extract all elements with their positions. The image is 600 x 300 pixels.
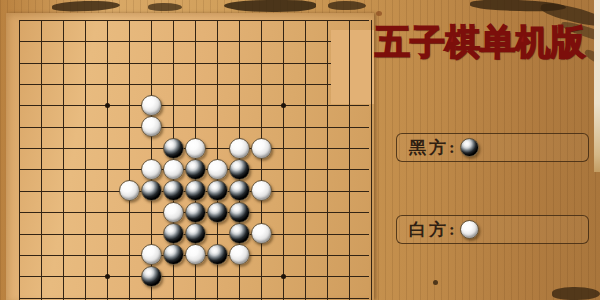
wood-speck xyxy=(433,280,438,285)
white-stone xyxy=(141,116,162,137)
black-stone xyxy=(163,244,184,265)
grid-line xyxy=(349,20,350,300)
black-stone-icon xyxy=(460,138,479,157)
white-stone xyxy=(141,244,162,265)
grid-line xyxy=(19,276,369,277)
white-player-label: 白方: xyxy=(409,218,458,241)
grid-line xyxy=(19,84,369,85)
gomoku-app-window: 五子棋单机版 黑方: 白方: xyxy=(0,0,600,300)
black-stone xyxy=(185,202,206,223)
wood-speck xyxy=(376,11,382,16)
grid-line xyxy=(41,20,42,300)
white-stone xyxy=(141,95,162,116)
black-stone xyxy=(207,244,228,265)
black-stone xyxy=(207,180,228,201)
white-stone xyxy=(185,138,206,159)
black-stone xyxy=(141,180,162,201)
white-stone xyxy=(119,180,140,201)
grid-line xyxy=(19,41,369,42)
white-stone xyxy=(229,138,250,159)
grid-line xyxy=(19,298,369,299)
black-player-box: 黑方: xyxy=(396,133,589,162)
black-stone xyxy=(185,159,206,180)
star-point xyxy=(281,274,286,279)
white-stone xyxy=(229,244,250,265)
white-stone xyxy=(207,159,228,180)
black-stone xyxy=(163,223,184,244)
grid-line xyxy=(85,20,86,300)
black-stone xyxy=(141,266,162,287)
grid-line xyxy=(327,20,328,300)
black-stone xyxy=(185,223,206,244)
grid-line xyxy=(19,105,369,106)
white-stone xyxy=(251,138,272,159)
white-stone xyxy=(141,159,162,180)
black-stone xyxy=(229,159,250,180)
grid-line xyxy=(63,20,64,300)
grid-line xyxy=(283,20,284,300)
white-stone-icon xyxy=(460,220,479,239)
wood-stain xyxy=(328,1,366,10)
grid-line xyxy=(129,20,130,300)
grid-line xyxy=(19,20,369,21)
grid-line xyxy=(107,20,108,300)
black-stone xyxy=(229,180,250,201)
black-stone xyxy=(163,180,184,201)
black-stone xyxy=(207,202,228,223)
white-stone xyxy=(251,223,272,244)
grid-line xyxy=(371,20,372,300)
white-stone xyxy=(163,159,184,180)
grid-clip-patch xyxy=(331,30,374,104)
grid-line xyxy=(261,20,262,300)
white-stone xyxy=(163,202,184,223)
grid-line xyxy=(19,127,369,128)
black-stone xyxy=(163,138,184,159)
game-title: 五子棋单机版 xyxy=(375,22,599,62)
white-stone xyxy=(251,180,272,201)
wood-stain xyxy=(224,0,316,12)
star-point xyxy=(105,274,110,279)
black-stone xyxy=(229,202,250,223)
star-point xyxy=(281,103,286,108)
wood-stain xyxy=(148,3,182,11)
black-stone xyxy=(229,223,250,244)
grid-line xyxy=(305,20,306,300)
black-stone xyxy=(185,180,206,201)
grid-line xyxy=(19,63,369,64)
white-stone xyxy=(185,244,206,265)
black-player-label: 黑方: xyxy=(409,136,458,159)
grid-line xyxy=(19,20,20,300)
star-point xyxy=(105,103,110,108)
wood-stain xyxy=(552,287,600,300)
white-player-box: 白方: xyxy=(396,215,589,244)
